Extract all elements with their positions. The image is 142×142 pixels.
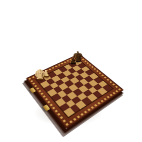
product-photo-canvas: ♜♞♝♛♚♝♞♜♟♟♟♟♟♟♟♟♟♟♟♟♟♟♟♟♜♞♝♛♚♝♞♜ [0,0,142,142]
pieces-layer: ♜♞♝♛♚♝♞♜♟♟♟♟♟♟♟♟♟♟♟♟♟♟♟♟♜♞♝♛♚♝♞♜ [0,0,142,142]
black-pawn-a7[interactable]: ♟ [69,57,76,64]
white-rook-a1[interactable]: ♜ [35,71,44,80]
